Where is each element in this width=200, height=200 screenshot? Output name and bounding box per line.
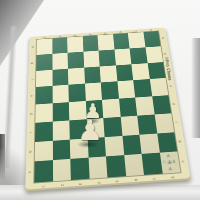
square[interactable] — [68, 67, 85, 85]
square[interactable] — [101, 81, 119, 99]
coordinate-label: b — [19, 148, 42, 155]
square[interactable] — [68, 52, 84, 69]
square[interactable] — [68, 84, 85, 102]
square[interactable] — [52, 102, 69, 121]
coordinate-label: h — [153, 35, 173, 41]
square[interactable] — [122, 134, 142, 155]
square[interactable] — [52, 139, 70, 160]
coordinate-label: 1 — [41, 178, 45, 195]
coordinate-label: b — [168, 138, 192, 145]
square[interactable] — [99, 49, 116, 66]
square[interactable] — [52, 85, 69, 103]
square[interactable] — [82, 35, 98, 51]
logo-piece-glyph: ♙ — [166, 154, 171, 159]
coordinate-label: 2 — [60, 176, 64, 193]
white-pawn-c4[interactable]: ♟ — [76, 117, 104, 145]
square[interactable] — [100, 65, 117, 83]
logo-piece-glyph: ♙ — [168, 167, 173, 172]
square[interactable] — [67, 36, 83, 52]
diamond-pieces-logo-icon: ♙♘♔♗♙ — [161, 153, 179, 172]
square[interactable] — [103, 117, 122, 137]
chessboard[interactable]: 12345678 12345678 hgfedcba hgfedcba ◎Pro… — [25, 28, 191, 192]
square[interactable] — [114, 48, 131, 65]
square[interactable] — [120, 115, 139, 135]
square[interactable] — [115, 64, 133, 82]
square[interactable] — [102, 99, 120, 118]
photo-canvas: 12345678 12345678 hgfedcba hgfedcba ◎Pro… — [0, 0, 200, 200]
square[interactable] — [52, 53, 68, 70]
coordinate-label: d — [163, 100, 185, 107]
square[interactable] — [119, 98, 138, 117]
square[interactable] — [52, 68, 68, 86]
coordinate-label: f — [22, 76, 43, 82]
square[interactable] — [113, 33, 130, 49]
square[interactable] — [97, 34, 114, 50]
coordinate-label: c — [165, 119, 188, 126]
square[interactable] — [105, 136, 124, 157]
square[interactable] — [83, 50, 100, 67]
square[interactable] — [52, 120, 69, 140]
coordinate-label: e — [160, 83, 182, 90]
coordinate-label: 3 — [78, 175, 83, 192]
coordinate-label: 4 — [96, 174, 101, 191]
board-perspective-wrapper: 12345678 12345678 hgfedcba hgfedcba ◎Pro… — [25, 28, 191, 192]
square[interactable] — [52, 37, 68, 53]
square[interactable] — [84, 66, 101, 84]
square[interactable] — [117, 80, 135, 98]
logo-piece-glyph: ♗ — [172, 159, 177, 164]
